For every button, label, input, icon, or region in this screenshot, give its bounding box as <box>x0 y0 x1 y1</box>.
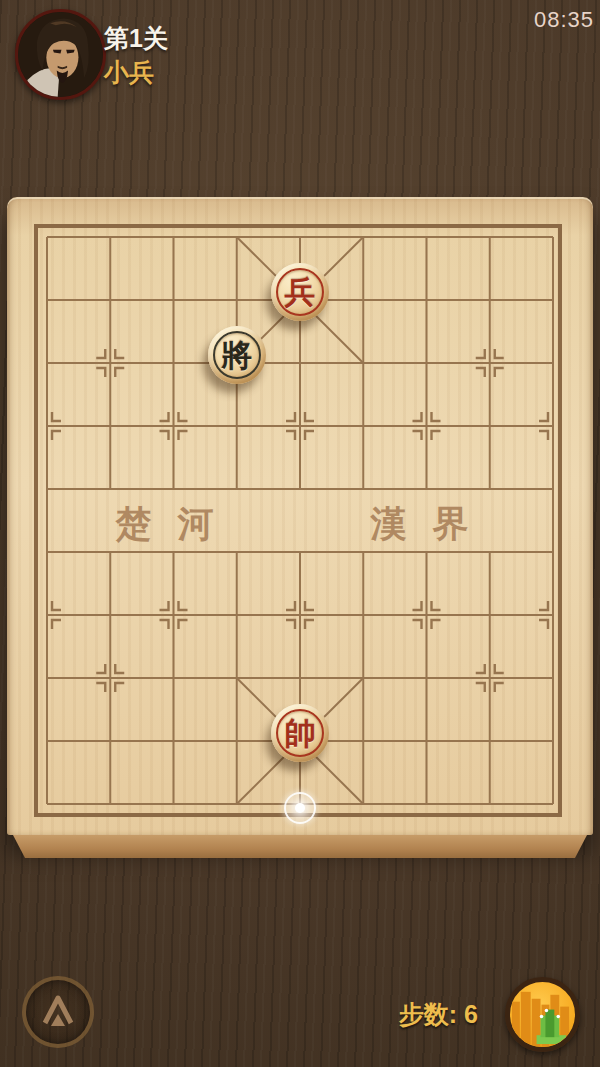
piece-glyph: 帥 <box>285 718 316 749</box>
river-label-left: 楚河 <box>91 500 251 542</box>
steps-label: 步数: <box>399 1000 457 1028</box>
level-title: 第1关 <box>104 22 168 55</box>
piece-red-soldier[interactable]: 兵 <box>271 263 329 321</box>
game-board[interactable]: 楚河 漢界 兵將帥 <box>7 197 593 835</box>
move-hint-marker[interactable] <box>284 792 316 824</box>
player-avatar[interactable] <box>15 9 106 100</box>
arrow-icon <box>36 990 80 1034</box>
upgrade-button[interactable] <box>22 976 94 1048</box>
steps-counter: 步数: 6 <box>399 998 478 1031</box>
steps-value: 6 <box>464 1000 478 1028</box>
piece-glyph: 將 <box>221 340 252 371</box>
city-button[interactable] <box>505 977 580 1052</box>
piece-black-general[interactable]: 將 <box>208 326 266 384</box>
move-hint-glow <box>295 803 305 813</box>
board-front-edge <box>7 835 593 858</box>
river-label-right: 漢界 <box>346 500 506 542</box>
level-subtitle: 小兵 <box>104 56 154 89</box>
city-icon <box>510 982 575 1047</box>
status-clock: 08:35 <box>534 7 594 33</box>
screen: { "app": { "clock": "08:35" }, "header":… <box>0 0 600 1067</box>
piece-red-general[interactable]: 帥 <box>271 704 329 762</box>
piece-glyph: 兵 <box>285 277 316 308</box>
avatar-portrait <box>18 12 103 97</box>
